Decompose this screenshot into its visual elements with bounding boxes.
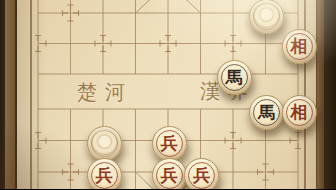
red-soldier-piece[interactable]: 兵 — [184, 158, 219, 190]
pieces-layer: 相馬馬相兵兵兵兵 — [0, 0, 336, 189]
hidden-piece[interactable] — [87, 126, 122, 161]
game-screen: 楚河 漢界 相馬馬相兵兵兵兵 — [0, 0, 336, 189]
xiangqi-board[interactable]: 楚河 漢界 相馬馬相兵兵兵兵 — [15, 0, 316, 189]
piece-label: 兵 — [161, 135, 178, 152]
red-soldier-piece[interactable]: 兵 — [152, 126, 187, 161]
piece-label: 相 — [291, 103, 308, 120]
piece-label: 兵 — [161, 166, 178, 183]
piece-label: 馬 — [226, 68, 243, 85]
red-elephant-piece[interactable]: 相 — [282, 29, 317, 64]
red-elephant-piece[interactable]: 相 — [282, 95, 317, 130]
piece-label: 相 — [291, 38, 308, 55]
piece-label: 兵 — [96, 166, 113, 183]
piece-label: 馬 — [258, 103, 275, 120]
black-horse-piece[interactable]: 馬 — [217, 60, 252, 95]
red-soldier-piece[interactable]: 兵 — [152, 158, 187, 190]
piece-label: 兵 — [193, 166, 210, 183]
black-horse-piece[interactable]: 馬 — [249, 95, 284, 130]
hidden-piece[interactable] — [249, 0, 284, 34]
red-soldier-piece[interactable]: 兵 — [87, 158, 122, 190]
